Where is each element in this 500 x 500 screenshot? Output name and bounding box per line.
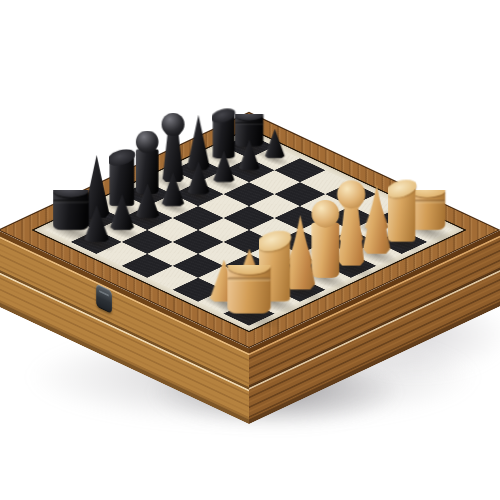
piece-black-rook[interactable] bbox=[53, 190, 89, 231]
square[interactable] bbox=[122, 254, 173, 278]
square[interactable] bbox=[173, 254, 224, 278]
square[interactable] bbox=[173, 230, 224, 254]
square[interactable] bbox=[147, 266, 198, 290]
square[interactable] bbox=[96, 242, 147, 266]
piece-white-queen[interactable] bbox=[310, 200, 340, 278]
piece-white-rook[interactable] bbox=[227, 265, 270, 314]
case-latch bbox=[96, 284, 112, 314]
piece-white-knight[interactable] bbox=[388, 179, 416, 242]
square[interactable] bbox=[122, 230, 173, 254]
square[interactable] bbox=[147, 242, 198, 266]
photo-stage bbox=[0, 0, 500, 500]
